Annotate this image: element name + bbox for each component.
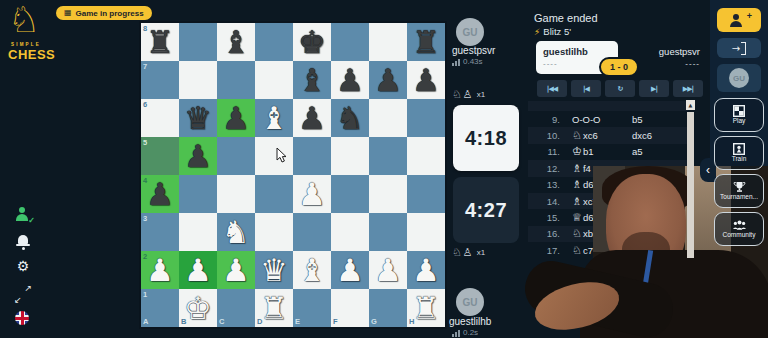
board-coordinate-rank: 3	[143, 215, 147, 223]
board-square-g7[interactable]: ♟	[369, 61, 407, 99]
piece-icon: ♔	[572, 145, 582, 158]
avatar[interactable]: GU	[456, 288, 484, 316]
white-piece-h1[interactable]: ♜	[407, 289, 445, 327]
move-number: 9.	[528, 114, 560, 125]
board-square-c3[interactable]: ♞	[217, 213, 255, 251]
black-player-rating: ----	[640, 59, 700, 68]
user-avatar-button[interactable]: GU	[717, 64, 761, 92]
black-move[interactable]: a5	[632, 146, 643, 157]
scrollbar-thumb[interactable]	[687, 112, 694, 258]
board-square-a5[interactable]: 5	[141, 137, 179, 175]
board-square-b2[interactable]: ♟	[179, 251, 217, 289]
board-square-b4[interactable]	[179, 175, 217, 213]
signup-button[interactable]: +	[717, 8, 761, 32]
lightning-icon: ⚡	[534, 27, 540, 37]
app-window: ♘ SIMPLE CHESS ✓ ⚙ ↗ ↙ ▦ Game in progres…	[0, 0, 768, 338]
status-badge-label: Game in progress	[76, 9, 144, 18]
nav-first-move-button[interactable]: |◀◀	[537, 80, 567, 97]
board-square-b8[interactable]	[179, 23, 217, 61]
board-square-e7[interactable]: ♝	[293, 61, 331, 99]
game-ended-status: Game ended	[534, 12, 598, 24]
captured-pieces-top: ♘♙ x1	[452, 88, 485, 101]
white-move[interactable]: O-O-O	[572, 114, 601, 125]
nav-last-move-button[interactable]: ▶▶|	[673, 80, 703, 97]
move-number: 10.	[528, 130, 560, 141]
board-square-c2[interactable]: ♟	[217, 251, 255, 289]
white-piece-d2[interactable]: ♛	[255, 251, 293, 289]
board-square-f8[interactable]	[331, 23, 369, 61]
captured-piece-icons: ♘♙	[452, 88, 474, 101]
signal-icon	[452, 330, 460, 337]
board-square-c1[interactable]: C	[217, 289, 255, 327]
board-square-f6[interactable]: ♞	[331, 99, 369, 137]
clock-black: 4:18	[453, 105, 519, 171]
board-square-a7[interactable]: 7	[141, 61, 179, 99]
community-button[interactable]: Community	[714, 212, 764, 246]
piece-icon: ♘	[572, 129, 582, 142]
white-piece-e2[interactable]: ♝	[293, 251, 331, 289]
board-square-c4[interactable]	[217, 175, 255, 213]
check-icon: ✓	[28, 216, 35, 225]
board-square-f7[interactable]: ♟	[331, 61, 369, 99]
board-square-b1[interactable]: B♚	[179, 289, 217, 327]
board-coordinate-rank: 1	[143, 291, 147, 299]
move-row-9[interactable]: 9.O-O-Ob5	[528, 111, 696, 127]
white-piece-h2[interactable]: ♟	[407, 251, 445, 289]
signin-button[interactable]: →	[717, 38, 761, 58]
person-icon	[19, 207, 25, 213]
board-coordinate-file: A	[143, 318, 148, 326]
board-square-b3[interactable]	[179, 213, 217, 251]
board-square-g2[interactable]: ♟	[369, 251, 407, 289]
board-coordinate-file: G	[371, 318, 377, 326]
board-square-d2[interactable]: ♛	[255, 251, 293, 289]
black-player-name[interactable]: guestpsvr	[640, 46, 700, 57]
nav-flip-board-button[interactable]: ↻	[605, 80, 635, 97]
white-piece-a2[interactable]: ♟	[141, 251, 179, 289]
trophy-icon	[733, 181, 746, 193]
board-square-c7[interactable]	[217, 61, 255, 99]
board-square-f2[interactable]: ♟	[331, 251, 369, 289]
board-square-d3[interactable]	[255, 213, 293, 251]
white-move-text: xc6	[583, 130, 598, 141]
app-logo-chess[interactable]: CHESS	[8, 47, 55, 62]
board-coordinate-rank: 7	[143, 63, 147, 71]
board-square-e2[interactable]: ♝	[293, 251, 331, 289]
board-square-g4[interactable]	[369, 175, 407, 213]
white-player-name: guestlilhb	[543, 46, 588, 57]
board-square-e8[interactable]: ♚	[293, 23, 331, 61]
black-piece-h7[interactable]: ♟	[407, 61, 445, 99]
black-piece-e8[interactable]: ♚	[293, 23, 331, 61]
board-square-f5[interactable]	[331, 137, 369, 175]
white-piece-d1[interactable]: ♜	[255, 289, 293, 327]
board-square-d8[interactable]	[255, 23, 293, 61]
board-square-f1[interactable]: F	[331, 289, 369, 327]
board-square-h7[interactable]: ♟	[407, 61, 445, 99]
board-square-c5[interactable]	[217, 137, 255, 175]
black-piece-b6[interactable]: ♛	[179, 99, 217, 137]
board-square-d4[interactable]	[255, 175, 293, 213]
board-square-d6[interactable]: ♝	[255, 99, 293, 137]
board-square-g5[interactable]	[369, 137, 407, 175]
white-piece-g2[interactable]: ♟	[369, 251, 407, 289]
white-piece-d6[interactable]: ♝	[255, 99, 293, 137]
latency-top: 0.43s	[452, 57, 483, 66]
board-square-h6[interactable]	[407, 99, 445, 137]
board-square-g1[interactable]: G	[369, 289, 407, 327]
train-button[interactable]: Train	[714, 136, 764, 170]
black-piece-c8[interactable]: ♝	[217, 23, 255, 61]
white-piece-e4[interactable]: ♟	[293, 175, 331, 213]
black-move[interactable]: dxc6	[632, 130, 652, 141]
board-square-a6[interactable]: 6	[141, 99, 179, 137]
board-square-e5[interactable]	[293, 137, 331, 175]
board-square-h5[interactable]	[407, 137, 445, 175]
fullscreen-expand-icon[interactable]: ↗ ↙	[15, 286, 31, 302]
board-coordinate-file: C	[219, 318, 224, 326]
board-square-a2[interactable]: 2♟	[141, 251, 179, 289]
person-plus-icon	[733, 14, 739, 20]
board-square-a1[interactable]: 1A	[141, 289, 179, 327]
training-board-icon	[733, 143, 745, 155]
board-square-e6[interactable]: ♟	[293, 99, 331, 137]
black-piece-g7[interactable]: ♟	[369, 61, 407, 99]
captured-piece-icons: ♘♙	[452, 246, 474, 259]
board-square-h8[interactable]: ♜	[407, 23, 445, 61]
move-row-clipped	[528, 101, 688, 111]
board-square-h1[interactable]: H♜	[407, 289, 445, 327]
white-move-text: O-O-O	[572, 114, 601, 125]
mouse-cursor	[276, 148, 288, 163]
black-piece-c6[interactable]: ♟	[217, 99, 255, 137]
player-name-top[interactable]: guestpsvr	[452, 45, 495, 56]
signal-icon	[452, 59, 460, 66]
black-piece-e6[interactable]: ♟	[293, 99, 331, 137]
white-move-text: b1	[583, 146, 594, 157]
white-move[interactable]: ♔b1	[572, 145, 593, 158]
board-square-b7[interactable]	[179, 61, 217, 99]
white-piece-b1[interactable]: ♚	[179, 289, 217, 327]
move-row-11[interactable]: 11.♔b1a5	[528, 144, 696, 160]
board-coordinate-file: E	[295, 318, 300, 326]
board-square-f4[interactable]	[331, 175, 369, 213]
language-flag-icon[interactable]	[15, 311, 29, 325]
score-badge: 1 - 0	[599, 57, 639, 77]
board-square-h4[interactable]	[407, 175, 445, 213]
people-icon	[732, 220, 747, 231]
board-square-h2[interactable]: ♟	[407, 251, 445, 289]
board-square-e4[interactable]: ♟	[293, 175, 331, 213]
white-player-rating: ----	[543, 59, 558, 68]
white-piece-f2[interactable]: ♟	[331, 251, 369, 289]
notifications-bell-icon[interactable]	[15, 234, 31, 250]
board-square-f3[interactable]	[331, 213, 369, 251]
clock-white: 4:27	[453, 177, 519, 243]
black-piece-f6[interactable]: ♞	[331, 99, 369, 137]
white-piece-c3[interactable]: ♞	[217, 213, 255, 251]
chessboard-icon	[733, 105, 745, 117]
black-piece-a4[interactable]: ♟	[141, 175, 179, 213]
move-row-10[interactable]: 10.♘xc6dxc6	[528, 127, 688, 143]
board-square-a3[interactable]: 3	[141, 213, 179, 251]
board-square-d1[interactable]: D♜	[255, 289, 293, 327]
white-piece-c2[interactable]: ♟	[217, 251, 255, 289]
board-square-g6[interactable]	[369, 99, 407, 137]
board-coordinate-file: F	[333, 318, 338, 326]
online-status-icon[interactable]: ✓	[15, 207, 31, 223]
scrollbar-up-arrow[interactable]: ▲	[686, 100, 695, 110]
latency-bottom: 0.2s	[452, 328, 478, 337]
avatar[interactable]: GU	[456, 18, 484, 46]
board-square-c6[interactable]: ♟	[217, 99, 255, 137]
board-square-a8[interactable]: 8♜	[141, 23, 179, 61]
play-button[interactable]: Play	[714, 98, 764, 132]
board-square-c8[interactable]: ♝	[217, 23, 255, 61]
board-square-a4[interactable]: 4♟	[141, 175, 179, 213]
board-square-b6[interactable]: ♛	[179, 99, 217, 137]
board-square-e3[interactable]	[293, 213, 331, 251]
board-mini-icon: ▦	[64, 9, 72, 17]
app-logo-knight-icon: ♘	[8, 2, 40, 38]
nav-prev-move-button[interactable]: |◀	[571, 80, 601, 97]
avatar: GU	[729, 68, 749, 88]
black-piece-e7[interactable]: ♝	[293, 61, 331, 99]
board-square-d7[interactable]	[255, 61, 293, 99]
move-number: 11.	[528, 146, 560, 157]
board-square-g3[interactable]	[369, 213, 407, 251]
black-piece-b5[interactable]: ♟	[179, 137, 217, 175]
white-piece-b2[interactable]: ♟	[179, 251, 217, 289]
board-square-g8[interactable]	[369, 23, 407, 61]
board-square-e1[interactable]: E	[293, 289, 331, 327]
white-move[interactable]: ♘xc6	[572, 129, 598, 142]
settings-gear-icon[interactable]: ⚙	[15, 258, 31, 274]
board-square-b5[interactable]: ♟	[179, 137, 217, 175]
tournament-button[interactable]: Tournamen...	[714, 174, 764, 208]
captured-pieces-bottom: ♘♙ x1	[452, 246, 485, 259]
black-move[interactable]: b5	[632, 114, 643, 125]
board-coordinate-rank: 6	[143, 101, 147, 109]
black-piece-h8[interactable]: ♜	[407, 23, 445, 61]
black-piece-f7[interactable]: ♟	[331, 61, 369, 99]
player-name-bottom[interactable]: guestlilhb	[449, 316, 491, 327]
board-square-h3[interactable]	[407, 213, 445, 251]
board-coordinate-rank: 5	[143, 139, 147, 147]
signin-arrow-icon: →	[732, 43, 740, 54]
game-status-badge[interactable]: ▦ Game in progress	[56, 6, 152, 20]
black-piece-a8[interactable]: ♜	[141, 23, 179, 61]
nav-next-move-button[interactable]: ▶|	[639, 80, 669, 97]
chess-board: 8♜♝♚♜7♝♟♟♟6♛♟♝♟♞5♟4♟♟3♞2♟♟♟♛♝♟♟♟1AB♚CD♜E…	[139, 21, 447, 329]
time-control: ⚡ Blitz 5'	[534, 26, 571, 37]
